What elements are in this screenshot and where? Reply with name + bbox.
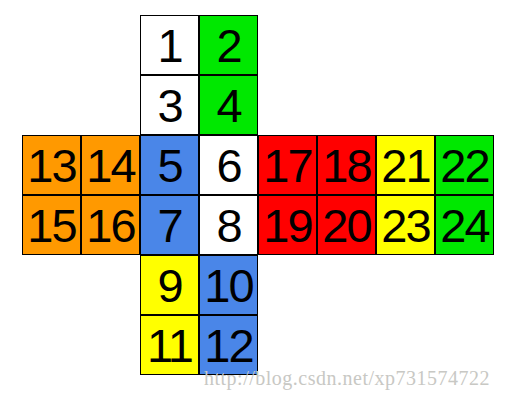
sticker-23: 23 <box>376 195 435 255</box>
sticker-3: 3 <box>140 75 199 135</box>
cube-net-diagram: 123413145617182122151678192023249101112 … <box>0 0 509 394</box>
watermark-url: http://blog.csdn.net/xp731574722 <box>204 367 490 390</box>
sticker-19: 19 <box>258 195 317 255</box>
cube-net-grid: 123413145617182122151678192023249101112 <box>22 15 494 375</box>
sticker-11: 11 <box>140 315 199 375</box>
sticker-13: 13 <box>22 135 81 195</box>
sticker-14: 14 <box>81 135 140 195</box>
sticker-17: 17 <box>258 135 317 195</box>
sticker-16: 16 <box>81 195 140 255</box>
sticker-7: 7 <box>140 195 199 255</box>
sticker-5: 5 <box>140 135 199 195</box>
sticker-12: 12 <box>199 315 258 375</box>
sticker-4: 4 <box>199 75 258 135</box>
sticker-10: 10 <box>199 255 258 315</box>
sticker-8: 8 <box>199 195 258 255</box>
sticker-20: 20 <box>317 195 376 255</box>
sticker-9: 9 <box>140 255 199 315</box>
sticker-6: 6 <box>199 135 258 195</box>
sticker-2: 2 <box>199 15 258 75</box>
sticker-1: 1 <box>140 15 199 75</box>
sticker-22: 22 <box>435 135 494 195</box>
sticker-24: 24 <box>435 195 494 255</box>
sticker-18: 18 <box>317 135 376 195</box>
sticker-15: 15 <box>22 195 81 255</box>
sticker-21: 21 <box>376 135 435 195</box>
